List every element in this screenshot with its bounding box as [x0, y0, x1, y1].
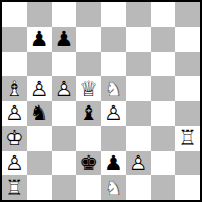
- square-c2[interactable]: [52, 151, 77, 176]
- square-f8[interactable]: [126, 2, 151, 27]
- square-f1[interactable]: [126, 175, 151, 200]
- square-b6[interactable]: [27, 52, 52, 77]
- square-g4[interactable]: [151, 101, 176, 126]
- square-a4[interactable]: ♟♙: [2, 101, 27, 126]
- chess-board: ♟♟♝♗♟♙♟♙♛♕♞♘♟♙♞♝♟♙♚♔♜♖♟♙♚♟♟♙♜♖♞♘: [0, 0, 202, 202]
- square-g6[interactable]: [151, 52, 176, 77]
- square-f4[interactable]: [126, 101, 151, 126]
- square-h6[interactable]: [175, 52, 200, 77]
- square-d5[interactable]: ♛♕: [76, 76, 101, 101]
- black-king-d2[interactable]: ♚: [76, 151, 101, 176]
- square-h5[interactable]: [175, 76, 200, 101]
- square-g2[interactable]: [151, 151, 176, 176]
- square-f7[interactable]: [126, 27, 151, 52]
- square-b7[interactable]: ♟: [27, 27, 52, 52]
- piece-glyph: ♘: [101, 76, 126, 101]
- square-h1[interactable]: [175, 175, 200, 200]
- white-bishop-a5[interactable]: ♝♗: [2, 76, 27, 101]
- square-f3[interactable]: [126, 126, 151, 151]
- square-b3[interactable]: [27, 126, 52, 151]
- square-h3[interactable]: ♜♖: [175, 126, 200, 151]
- square-a8[interactable]: [2, 2, 27, 27]
- square-c7[interactable]: ♟: [52, 27, 77, 52]
- square-c3[interactable]: [52, 126, 77, 151]
- black-pawn-e2[interactable]: ♟: [101, 151, 126, 176]
- piece-glyph: ♙: [2, 101, 27, 126]
- white-knight-e5[interactable]: ♞♘: [101, 76, 126, 101]
- piece-glyph: ♙: [52, 76, 77, 101]
- square-c4[interactable]: [52, 101, 77, 126]
- black-knight-b4[interactable]: ♞: [27, 101, 52, 126]
- white-knight-e1[interactable]: ♞♘: [101, 175, 126, 200]
- white-queen-d5[interactable]: ♛♕: [76, 76, 101, 101]
- square-d8[interactable]: [76, 2, 101, 27]
- square-h7[interactable]: [175, 27, 200, 52]
- piece-glyph: ♙: [27, 76, 52, 101]
- black-bishop-d4[interactable]: ♝: [76, 101, 101, 126]
- piece-glyph: ♟: [52, 27, 77, 52]
- white-rook-h3[interactable]: ♜♖: [175, 126, 200, 151]
- square-a1[interactable]: ♜♖: [2, 175, 27, 200]
- piece-glyph: ♟: [101, 151, 126, 176]
- white-pawn-e4[interactable]: ♟♙: [101, 101, 126, 126]
- square-e4[interactable]: ♟♙: [101, 101, 126, 126]
- white-pawn-a2[interactable]: ♟♙: [2, 151, 27, 176]
- square-g8[interactable]: [151, 2, 176, 27]
- square-g3[interactable]: [151, 126, 176, 151]
- piece-glyph: ♔: [2, 126, 27, 151]
- square-b1[interactable]: [27, 175, 52, 200]
- square-h8[interactable]: [175, 2, 200, 27]
- square-e6[interactable]: [101, 52, 126, 77]
- white-pawn-a4[interactable]: ♟♙: [2, 101, 27, 126]
- square-b2[interactable]: [27, 151, 52, 176]
- square-e5[interactable]: ♞♘: [101, 76, 126, 101]
- square-a2[interactable]: ♟♙: [2, 151, 27, 176]
- piece-glyph: ♕: [76, 76, 101, 101]
- square-b5[interactable]: ♟♙: [27, 76, 52, 101]
- square-f5[interactable]: [126, 76, 151, 101]
- white-rook-a1[interactable]: ♜♖: [2, 175, 27, 200]
- piece-glyph: ♝: [76, 101, 101, 126]
- square-h2[interactable]: [175, 151, 200, 176]
- square-g5[interactable]: [151, 76, 176, 101]
- square-e7[interactable]: [101, 27, 126, 52]
- white-king-a3[interactable]: ♚♔: [2, 126, 27, 151]
- square-b4[interactable]: ♞: [27, 101, 52, 126]
- square-a7[interactable]: [2, 27, 27, 52]
- white-pawn-b5[interactable]: ♟♙: [27, 76, 52, 101]
- square-d3[interactable]: [76, 126, 101, 151]
- square-a3[interactable]: ♚♔: [2, 126, 27, 151]
- board-grid: ♟♟♝♗♟♙♟♙♛♕♞♘♟♙♞♝♟♙♚♔♜♖♟♙♚♟♟♙♜♖♞♘: [2, 2, 200, 200]
- square-g1[interactable]: [151, 175, 176, 200]
- square-c1[interactable]: [52, 175, 77, 200]
- piece-glyph: ♚: [76, 151, 101, 176]
- square-d4[interactable]: ♝: [76, 101, 101, 126]
- square-h4[interactable]: [175, 101, 200, 126]
- piece-glyph: ♙: [126, 151, 151, 176]
- piece-glyph: ♙: [101, 101, 126, 126]
- square-g7[interactable]: [151, 27, 176, 52]
- piece-glyph: ♖: [175, 126, 200, 151]
- square-f6[interactable]: [126, 52, 151, 77]
- piece-glyph: ♖: [2, 175, 27, 200]
- square-e2[interactable]: ♟: [101, 151, 126, 176]
- piece-glyph: ♞: [27, 101, 52, 126]
- square-d2[interactable]: ♚: [76, 151, 101, 176]
- square-c6[interactable]: [52, 52, 77, 77]
- black-pawn-c7[interactable]: ♟: [52, 27, 77, 52]
- white-pawn-f2[interactable]: ♟♙: [126, 151, 151, 176]
- piece-glyph: ♟: [27, 27, 52, 52]
- square-c8[interactable]: [52, 2, 77, 27]
- square-d7[interactable]: [76, 27, 101, 52]
- square-e3[interactable]: [101, 126, 126, 151]
- square-d6[interactable]: [76, 52, 101, 77]
- square-e1[interactable]: ♞♘: [101, 175, 126, 200]
- square-a5[interactable]: ♝♗: [2, 76, 27, 101]
- square-f2[interactable]: ♟♙: [126, 151, 151, 176]
- square-c5[interactable]: ♟♙: [52, 76, 77, 101]
- square-d1[interactable]: [76, 175, 101, 200]
- square-b8[interactable]: [27, 2, 52, 27]
- square-a6[interactable]: [2, 52, 27, 77]
- white-pawn-c5[interactable]: ♟♙: [52, 76, 77, 101]
- piece-glyph: ♗: [2, 76, 27, 101]
- black-pawn-b7[interactable]: ♟: [27, 27, 52, 52]
- square-e8[interactable]: [101, 2, 126, 27]
- piece-glyph: ♙: [2, 151, 27, 176]
- piece-glyph: ♘: [101, 175, 126, 200]
